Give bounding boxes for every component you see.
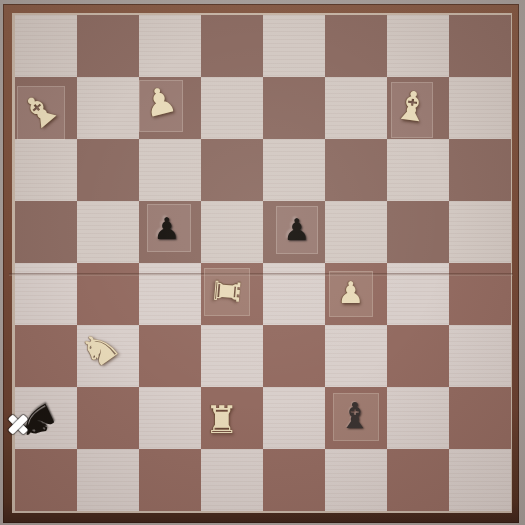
black-pawn-glyph: ♟ xyxy=(284,215,311,245)
square-f3[interactable] xyxy=(325,325,387,387)
square-a4[interactable] xyxy=(15,263,77,325)
square-d7[interactable] xyxy=(201,77,263,139)
white-rook-d2[interactable]: ♜ xyxy=(205,401,239,439)
square-h3[interactable] xyxy=(449,325,511,387)
square-d3[interactable] xyxy=(201,325,263,387)
black-bishop-glyph: ♝ xyxy=(339,398,371,434)
square-b1[interactable] xyxy=(77,449,139,511)
square-b6[interactable] xyxy=(77,139,139,201)
square-g4[interactable] xyxy=(387,263,449,325)
square-a6[interactable] xyxy=(15,139,77,201)
square-e1[interactable] xyxy=(263,449,325,511)
square-e6[interactable] xyxy=(263,139,325,201)
square-d5[interactable] xyxy=(201,201,263,263)
square-h6[interactable] xyxy=(449,139,511,201)
square-b4[interactable] xyxy=(77,263,139,325)
square-h8[interactable] xyxy=(449,15,511,77)
square-d8[interactable] xyxy=(201,15,263,77)
square-g6[interactable] xyxy=(387,139,449,201)
square-g5[interactable] xyxy=(387,201,449,263)
white-pawn-glyph: ♟ xyxy=(338,278,365,308)
square-d1[interactable] xyxy=(201,449,263,511)
square-c4[interactable] xyxy=(139,263,201,325)
white-bishop-glyph: ♝ xyxy=(391,84,432,129)
square-h2[interactable] xyxy=(449,387,511,449)
square-g2[interactable] xyxy=(387,387,449,449)
square-e2[interactable] xyxy=(263,387,325,449)
photo-stage: ♝♟♝♟♟♜♟♞♞♜♝ xyxy=(0,0,525,525)
square-b5[interactable] xyxy=(77,201,139,263)
square-f8[interactable] xyxy=(325,15,387,77)
square-g8[interactable] xyxy=(387,15,449,77)
white-pawn-f4[interactable]: ♟ xyxy=(338,278,365,308)
square-h4[interactable] xyxy=(449,263,511,325)
square-e3[interactable] xyxy=(263,325,325,387)
square-f6[interactable] xyxy=(325,139,387,201)
square-e8[interactable] xyxy=(263,15,325,77)
chess-board: ♝♟♝♟♟♜♟♞♞♜♝ xyxy=(3,4,519,523)
square-h1[interactable] xyxy=(449,449,511,511)
square-c8[interactable] xyxy=(139,15,201,77)
square-a5[interactable] xyxy=(15,201,77,263)
square-c2[interactable] xyxy=(139,387,201,449)
square-d6[interactable] xyxy=(201,139,263,201)
white-rook-glyph: ♜ xyxy=(209,275,246,308)
square-b8[interactable] xyxy=(77,15,139,77)
black-pawn-glyph: ♟ xyxy=(154,214,181,244)
square-c3[interactable] xyxy=(139,325,201,387)
square-f5[interactable] xyxy=(325,201,387,263)
square-g1[interactable] xyxy=(387,449,449,511)
black-bishop-f2[interactable]: ♝ xyxy=(339,398,371,434)
square-e4[interactable] xyxy=(263,263,325,325)
black-pawn-c5[interactable]: ♟ xyxy=(154,214,181,244)
white-rook-glyph: ♜ xyxy=(205,401,239,439)
square-e7[interactable] xyxy=(263,77,325,139)
square-f1[interactable] xyxy=(325,449,387,511)
white-rook-d4-fallen[interactable]: ♜ xyxy=(209,275,246,308)
square-a3[interactable] xyxy=(15,325,77,387)
square-f7[interactable] xyxy=(325,77,387,139)
square-b2[interactable] xyxy=(77,387,139,449)
square-h5[interactable] xyxy=(449,201,511,263)
board-grid xyxy=(15,15,511,511)
square-c1[interactable] xyxy=(139,449,201,511)
black-pawn-e5[interactable]: ♟ xyxy=(284,215,311,245)
square-a8[interactable] xyxy=(15,15,77,77)
white-bishop-g7[interactable]: ♝ xyxy=(391,84,432,129)
square-b7[interactable] xyxy=(77,77,139,139)
square-a1[interactable] xyxy=(15,449,77,511)
square-c6[interactable] xyxy=(139,139,201,201)
square-g3[interactable] xyxy=(387,325,449,387)
square-h7[interactable] xyxy=(449,77,511,139)
